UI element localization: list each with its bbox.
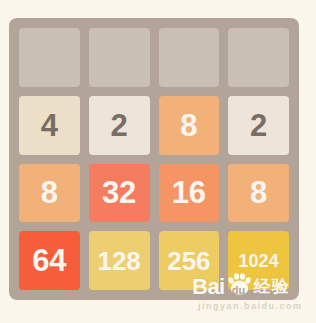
empty-cell-r0c0: [19, 28, 80, 87]
tile-32-r2c1: 32: [89, 164, 150, 223]
watermark-text-jingyan: 经验: [254, 275, 290, 298]
baidu-paw-icon: du: [226, 271, 253, 298]
tile-64-r3c0: 64: [19, 231, 80, 290]
watermark-brand-line: Bai du 经验: [192, 271, 303, 298]
tile-8-r2c3: 8: [228, 164, 289, 223]
watermark-text-bai: Bai: [192, 277, 225, 298]
tile-2-r1c1: 2: [89, 96, 150, 155]
tile-8-r1c2: 8: [159, 96, 220, 155]
empty-cell-r0c1: [89, 28, 150, 87]
page: 4282832168641282561024 Bai du 经验 jingyan…: [0, 0, 316, 323]
tile-4-r1c0: 4: [19, 96, 80, 155]
watermark-url: jingyan.baidu.com: [198, 301, 303, 311]
baidu-jingyan-watermark: Bai du 经验 jingyan.baidu.com: [192, 271, 303, 311]
empty-cell-r0c2: [159, 28, 220, 87]
tile-2-r1c3: 2: [228, 96, 289, 155]
empty-cell-r0c3: [228, 28, 289, 87]
2048-board[interactable]: 4282832168641282561024: [9, 18, 299, 300]
watermark-text-du: du: [232, 284, 245, 296]
tile-16-r2c2: 16: [159, 164, 220, 223]
tile-128-r3c1: 128: [89, 231, 150, 290]
tile-8-r2c0: 8: [19, 164, 80, 223]
